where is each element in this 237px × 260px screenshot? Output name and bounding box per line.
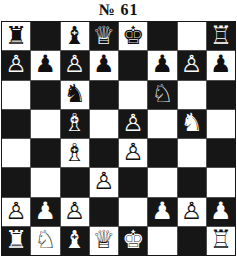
square-f4[interactable]	[148, 139, 176, 167]
square-c8[interactable]: ♝	[61, 22, 89, 50]
square-d2[interactable]	[90, 198, 118, 226]
square-b7[interactable]: ♟	[31, 51, 59, 79]
white-pawn: ♙	[64, 199, 86, 223]
square-h6[interactable]	[207, 81, 235, 109]
square-b1[interactable]: ♘	[31, 227, 59, 255]
square-b8[interactable]	[31, 22, 59, 50]
square-e5[interactable]: ♙	[119, 110, 147, 138]
black-rook: ♖	[210, 23, 232, 48]
square-e2[interactable]	[119, 198, 147, 226]
black-king: ♚	[122, 23, 144, 48]
square-e1[interactable]: ♚	[119, 227, 147, 255]
square-d7[interactable]: ♟	[90, 51, 118, 79]
white-pawn: ♟	[35, 199, 57, 223]
square-g7[interactable]: ♙	[178, 51, 206, 79]
white-bishop: ♝	[63, 227, 85, 252]
square-e6[interactable]	[119, 81, 147, 109]
square-h1[interactable]: ♖	[207, 227, 235, 255]
square-b2[interactable]: ♟	[31, 198, 59, 226]
diagram-number-title: № 61	[0, 0, 237, 20]
black-knight: ♞	[63, 81, 85, 106]
black-pawn: ♙	[181, 52, 203, 76]
square-d3[interactable]: ♙	[90, 168, 118, 196]
square-c2[interactable]: ♙	[61, 198, 89, 226]
black-pawn: ♙	[64, 52, 86, 76]
square-e7[interactable]	[119, 51, 147, 79]
square-a4[interactable]	[2, 139, 30, 167]
square-a3[interactable]	[2, 168, 30, 196]
square-e3[interactable]	[119, 168, 147, 196]
square-h4[interactable]	[207, 139, 235, 167]
white-knight: ♞	[180, 110, 202, 135]
square-a6[interactable]	[2, 81, 30, 109]
white-pawn: ♙	[122, 140, 144, 164]
square-a7[interactable]: ♙	[2, 51, 30, 79]
square-f5[interactable]	[148, 110, 176, 138]
square-h8[interactable]: ♖	[207, 22, 235, 50]
square-f8[interactable]	[148, 22, 176, 50]
white-knight: ♘	[34, 227, 56, 252]
square-c7[interactable]: ♙	[61, 51, 89, 79]
square-c3[interactable]	[61, 168, 89, 196]
square-b6[interactable]	[31, 81, 59, 109]
square-g2[interactable]: ♙	[178, 198, 206, 226]
square-c4[interactable]: ♗	[61, 139, 89, 167]
square-d1[interactable]: ♕	[90, 227, 118, 255]
square-g6[interactable]	[178, 81, 206, 109]
black-pawn: ♟	[93, 52, 115, 76]
black-pawn: ♙	[122, 111, 144, 135]
black-knight: ♘	[151, 81, 173, 106]
black-pawn: ♟	[35, 52, 57, 76]
white-pawn: ♙	[181, 199, 203, 223]
square-a2[interactable]: ♙	[2, 198, 30, 226]
square-g3[interactable]	[178, 168, 206, 196]
square-g8[interactable]	[178, 22, 206, 50]
black-bishop: ♝	[63, 23, 85, 48]
square-a1[interactable]: ♜	[2, 227, 30, 255]
puzzle-page: № 61 ♜♝♕♚♖♙♟♙♟♟♙♟♞♘♗♙♞♗♙♙♙♟♙♟♙♟♜♘♝♕♚♖	[0, 0, 237, 260]
square-a5[interactable]	[2, 110, 30, 138]
square-c6[interactable]: ♞	[61, 81, 89, 109]
square-h2[interactable]: ♟	[207, 198, 235, 226]
square-f1[interactable]	[148, 227, 176, 255]
square-h3[interactable]	[207, 168, 235, 196]
square-h5[interactable]	[207, 110, 235, 138]
black-pawn: ♟	[210, 52, 232, 76]
square-f6[interactable]: ♘	[148, 81, 176, 109]
black-pawn: ♟	[152, 52, 174, 76]
square-b5[interactable]	[31, 110, 59, 138]
square-f7[interactable]: ♟	[148, 51, 176, 79]
square-h7[interactable]: ♟	[207, 51, 235, 79]
white-pawn: ♙	[5, 199, 27, 223]
white-queen: ♕	[93, 227, 115, 252]
square-g5[interactable]: ♞	[178, 110, 206, 138]
square-g4[interactable]	[178, 139, 206, 167]
black-bishop: ♗	[63, 110, 85, 135]
white-bishop: ♗	[63, 140, 85, 165]
white-pawn: ♟	[152, 199, 174, 223]
black-pawn: ♙	[5, 52, 27, 76]
square-d5[interactable]	[90, 110, 118, 138]
white-king: ♚	[122, 227, 144, 252]
square-b4[interactable]	[31, 139, 59, 167]
square-b3[interactable]	[31, 168, 59, 196]
square-c5[interactable]: ♗	[61, 110, 89, 138]
black-queen: ♕	[93, 23, 115, 48]
white-rook: ♜	[5, 227, 27, 252]
square-g1[interactable]	[178, 227, 206, 255]
square-c1[interactable]: ♝	[61, 227, 89, 255]
square-f2[interactable]: ♟	[148, 198, 176, 226]
square-e4[interactable]: ♙	[119, 139, 147, 167]
white-rook: ♖	[210, 227, 232, 252]
square-d8[interactable]: ♕	[90, 22, 118, 50]
chess-board: ♜♝♕♚♖♙♟♙♟♟♙♟♞♘♗♙♞♗♙♙♙♟♙♟♙♟♜♘♝♕♚♖	[1, 21, 236, 256]
white-pawn: ♟	[210, 199, 232, 223]
black-rook: ♜	[5, 23, 27, 48]
square-e8[interactable]: ♚	[119, 22, 147, 50]
square-d4[interactable]	[90, 139, 118, 167]
square-a8[interactable]: ♜	[2, 22, 30, 50]
white-pawn: ♙	[93, 169, 115, 193]
square-d6[interactable]	[90, 81, 118, 109]
square-f3[interactable]	[148, 168, 176, 196]
